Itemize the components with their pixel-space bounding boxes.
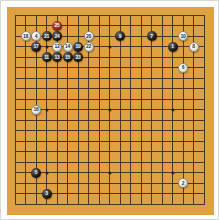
stone-23-G15[interactable]: 23: [73, 52, 83, 62]
move-number: 17: [34, 44, 39, 49]
grid-line: [15, 120, 205, 121]
stone-22-H16[interactable]: 22: [84, 42, 94, 52]
grid-line: [183, 15, 184, 205]
star-point: [45, 108, 48, 111]
stone-18-B17[interactable]: 18: [21, 31, 31, 41]
move-number: 16: [34, 107, 39, 112]
stone-17-C16[interactable]: 17: [31, 42, 41, 52]
grid-line: [15, 183, 205, 184]
move-number: 7: [150, 34, 152, 39]
star-point: [171, 108, 174, 111]
move-number: 25: [55, 23, 60, 28]
move-number: 11: [44, 55, 49, 60]
move-number: 21: [44, 34, 49, 39]
move-number: 6: [182, 65, 184, 70]
go-board[interactable]: 1234567891011121314151617181920212223242…: [7, 7, 214, 215]
move-number: 3: [45, 191, 47, 196]
star-point: [108, 45, 111, 48]
move-number: 18: [23, 34, 28, 39]
move-number: 1: [171, 44, 173, 49]
stone-14-F16[interactable]: 14: [63, 42, 73, 52]
grid-line: [15, 151, 205, 152]
stone-4-C17[interactable]: 4: [31, 31, 41, 41]
move-number: 13: [55, 55, 60, 60]
stone-5-C4[interactable]: 5: [31, 168, 41, 178]
grid-line: [130, 15, 131, 205]
grid-line: [141, 15, 142, 205]
stone-11-D15[interactable]: 11: [42, 52, 52, 62]
stone-16-C10[interactable]: 16: [31, 105, 41, 115]
move-number: 4: [35, 34, 37, 39]
star-point: [45, 171, 48, 174]
move-number: 10: [181, 34, 186, 39]
move-number: 9: [119, 34, 121, 39]
star-point: [108, 108, 111, 111]
grid-line: [204, 15, 205, 205]
star-point: [45, 45, 48, 48]
stone-3-D2[interactable]: 3: [42, 189, 52, 199]
stone-9-L17[interactable]: 9: [115, 31, 125, 41]
stone-10-R17[interactable]: 10: [178, 31, 188, 41]
star-point: [171, 171, 174, 174]
stone-7-O17[interactable]: 7: [147, 31, 157, 41]
move-number: 12: [55, 44, 60, 49]
star-point: [108, 171, 111, 174]
stone-15-F15[interactable]: 15: [63, 52, 73, 62]
grid-line: [151, 15, 152, 205]
stone-20-H17[interactable]: 20: [84, 31, 94, 41]
grid-line: [162, 15, 163, 205]
grid-line: [15, 162, 205, 163]
stone-24-E17[interactable]: 24: [52, 31, 62, 41]
stone-8-S16[interactable]: 8: [189, 42, 199, 52]
stone-21-D17[interactable]: 21: [42, 31, 52, 41]
move-number: 20: [86, 34, 91, 39]
move-number: 23: [76, 55, 81, 60]
move-number: 22: [86, 44, 91, 49]
stone-13-E15[interactable]: 13: [52, 52, 62, 62]
stone-12-E16[interactable]: 12: [52, 42, 62, 52]
stone-1-Q16[interactable]: 1: [168, 42, 178, 52]
grid-line: [15, 141, 205, 142]
stone-2-R3[interactable]: 2: [178, 178, 188, 188]
grid-line: [15, 204, 205, 205]
move-number: 2: [182, 181, 184, 186]
grid-line: [120, 15, 121, 205]
grid-line: [15, 130, 205, 131]
move-number: 14: [65, 44, 70, 49]
move-number: 15: [65, 55, 70, 60]
diagram-frame: 1234567891011121314151617181920212223242…: [0, 0, 219, 220]
move-number: 24: [55, 34, 60, 39]
stone-25-E18[interactable]: 25: [52, 21, 62, 31]
move-number: 19: [76, 44, 81, 49]
stone-19-G16[interactable]: 19: [73, 42, 83, 52]
move-number: 5: [35, 170, 37, 175]
stone-6-R14[interactable]: 6: [178, 63, 188, 73]
move-number: 8: [192, 44, 194, 49]
